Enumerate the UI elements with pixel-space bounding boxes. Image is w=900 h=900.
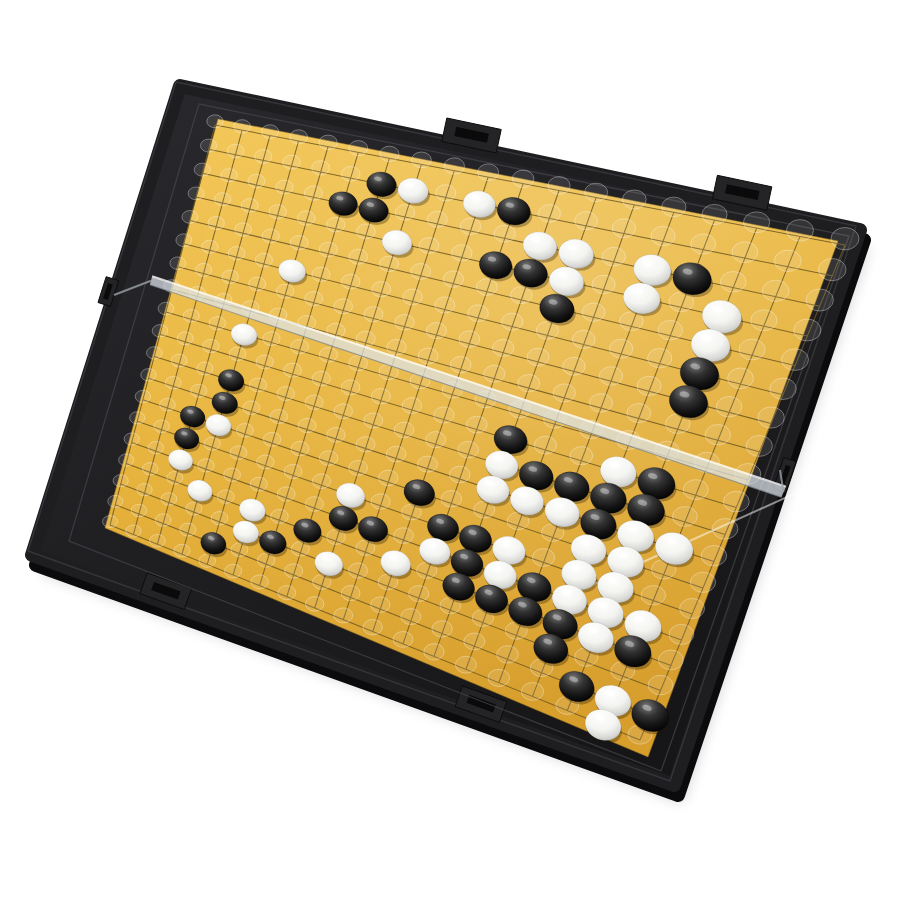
product-photo (0, 0, 900, 900)
go-board-photo (0, 0, 900, 900)
